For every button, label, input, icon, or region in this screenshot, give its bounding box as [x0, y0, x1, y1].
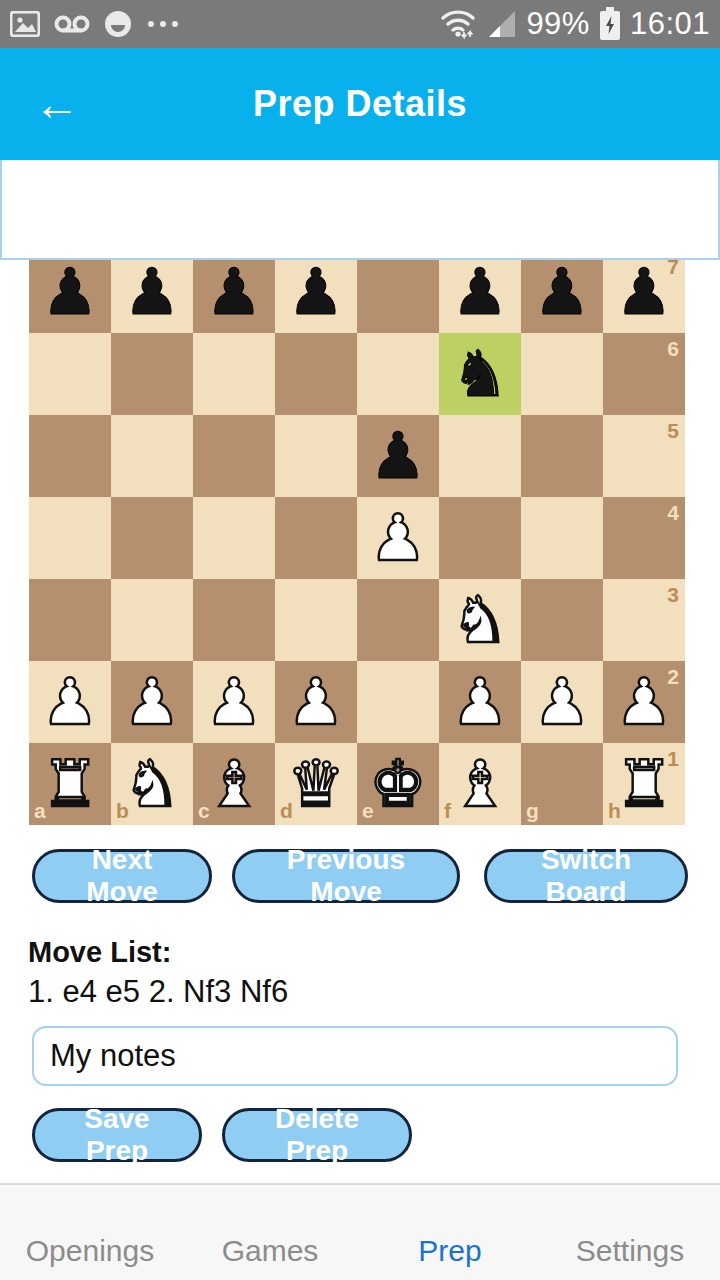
file-label-a: a — [34, 800, 46, 821]
black-pawn: ♟ — [193, 251, 275, 333]
battery-charging-icon — [599, 7, 621, 41]
square-a3[interactable] — [29, 579, 111, 661]
square-b4[interactable] — [111, 497, 193, 579]
square-f2[interactable]: ♟ — [439, 661, 521, 743]
file-label-h: h — [608, 800, 621, 821]
black-pawn: ♟ — [111, 251, 193, 333]
black-pawn: ♟ — [29, 251, 111, 333]
square-e2[interactable] — [357, 661, 439, 743]
square-b5[interactable] — [111, 415, 193, 497]
photo-icon — [10, 11, 40, 37]
nav-item-settings[interactable]: Settings — [540, 1234, 720, 1280]
square-b3[interactable] — [111, 579, 193, 661]
square-h5[interactable]: 5 — [603, 415, 685, 497]
status-bar-left — [10, 10, 180, 38]
file-label-e: e — [362, 800, 374, 821]
square-c1[interactable]: ♝c — [193, 743, 275, 825]
square-d1[interactable]: ♛d — [275, 743, 357, 825]
square-h1[interactable]: ♜1h — [603, 743, 685, 825]
square-h7[interactable]: ♟7 — [603, 251, 685, 333]
white-bishop: ♝ — [439, 743, 521, 825]
square-e1[interactable]: ♚e — [357, 743, 439, 825]
square-d2[interactable]: ♟ — [275, 661, 357, 743]
rank-label-5: 5 — [667, 420, 679, 441]
square-h2[interactable]: ♟2 — [603, 661, 685, 743]
square-a2[interactable]: ♟ — [29, 661, 111, 743]
square-f5[interactable] — [439, 415, 521, 497]
square-c2[interactable]: ♟ — [193, 661, 275, 743]
nav-item-prep[interactable]: Prep — [360, 1234, 540, 1280]
black-knight: ♞ — [439, 333, 521, 415]
square-e6[interactable] — [357, 333, 439, 415]
square-a7[interactable]: ♟ — [29, 251, 111, 333]
square-b1[interactable]: ♞b — [111, 743, 193, 825]
white-pawn: ♟ — [275, 661, 357, 743]
square-f3[interactable]: ♞ — [439, 579, 521, 661]
square-d4[interactable] — [275, 497, 357, 579]
square-e3[interactable] — [357, 579, 439, 661]
switch-board-button[interactable]: Switch Board — [484, 849, 688, 903]
white-pawn: ♟ — [193, 661, 275, 743]
square-a1[interactable]: ♜a — [29, 743, 111, 825]
white-pawn: ♟ — [111, 661, 193, 743]
square-h3[interactable]: 3 — [603, 579, 685, 661]
square-e4[interactable]: ♟ — [357, 497, 439, 579]
square-c5[interactable] — [193, 415, 275, 497]
square-h4[interactable]: 4 — [603, 497, 685, 579]
black-pawn: ♟ — [275, 251, 357, 333]
square-d6[interactable] — [275, 333, 357, 415]
square-h6[interactable]: 6 — [603, 333, 685, 415]
square-g2[interactable]: ♟ — [521, 661, 603, 743]
square-e5[interactable]: ♟ — [357, 415, 439, 497]
square-d7[interactable]: ♟ — [275, 251, 357, 333]
nav-item-games[interactable]: Games — [180, 1234, 360, 1280]
app-screen: 99% 16:01 ← Prep Details ♜♞♝♛♚♝♜8♟♟♟♟♟♟♟… — [0, 0, 720, 1280]
app-bar: ← Prep Details — [0, 48, 720, 160]
square-d3[interactable] — [275, 579, 357, 661]
square-f1[interactable]: ♝f — [439, 743, 521, 825]
file-label-f: f — [444, 800, 451, 821]
square-b7[interactable]: ♟ — [111, 251, 193, 333]
bottom-nav: Openings Games Prep Settings — [0, 1183, 720, 1280]
square-g7[interactable]: ♟ — [521, 251, 603, 333]
black-pawn: ♟ — [357, 415, 439, 497]
white-pawn: ♟ — [439, 661, 521, 743]
signal-icon — [487, 9, 517, 39]
black-pawn: ♟ — [521, 251, 603, 333]
file-label-g: g — [526, 800, 539, 821]
white-pawn: ♟ — [29, 661, 111, 743]
black-pawn: ♟ — [439, 251, 521, 333]
square-g6[interactable] — [521, 333, 603, 415]
square-f4[interactable] — [439, 497, 521, 579]
white-knight: ♞ — [439, 579, 521, 661]
square-a4[interactable] — [29, 497, 111, 579]
chess-board: ♜♞♝♛♚♝♜8♟♟♟♟♟♟♟7♞6♟5♟4♞3♟♟♟♟♟♟♟2♜a♞b♝c♛d… — [29, 169, 685, 825]
delete-prep-button[interactable]: Delete Prep — [222, 1108, 412, 1162]
square-g3[interactable] — [521, 579, 603, 661]
voicemail-icon — [54, 14, 90, 34]
nav-item-openings[interactable]: Openings — [0, 1234, 180, 1280]
square-c6[interactable] — [193, 333, 275, 415]
next-move-button[interactable]: Next Move — [32, 849, 212, 903]
save-prep-button[interactable]: Save Prep — [32, 1108, 202, 1162]
status-bar-right: 99% 16:01 — [440, 6, 710, 42]
file-label-c: c — [198, 800, 210, 821]
square-d5[interactable] — [275, 415, 357, 497]
rank-label-1: 1 — [667, 748, 679, 769]
square-c7[interactable]: ♟ — [193, 251, 275, 333]
rank-label-2: 2 — [667, 666, 679, 687]
page-title: Prep Details — [0, 83, 720, 125]
back-arrow-icon[interactable]: ← — [34, 48, 80, 160]
emoji-icon — [104, 10, 132, 38]
rank-label-6: 6 — [667, 338, 679, 359]
square-g5[interactable] — [521, 415, 603, 497]
white-pawn: ♟ — [357, 497, 439, 579]
move-list-label: Move List: — [28, 936, 171, 969]
square-a6[interactable] — [29, 333, 111, 415]
square-b6[interactable] — [111, 333, 193, 415]
battery-percent: 99% — [526, 6, 590, 42]
wifi-icon — [440, 8, 478, 40]
status-bar: 99% 16:01 — [0, 0, 720, 48]
white-pawn: ♟ — [521, 661, 603, 743]
file-label-b: b — [116, 800, 129, 821]
square-a5[interactable] — [29, 415, 111, 497]
file-label-d: d — [280, 800, 293, 821]
clock-time: 16:01 — [630, 6, 710, 42]
notes-input[interactable] — [32, 1026, 678, 1086]
square-c4[interactable] — [193, 497, 275, 579]
square-g1[interactable]: g — [521, 743, 603, 825]
square-f6[interactable]: ♞ — [439, 333, 521, 415]
previous-move-button[interactable]: Previous Move — [232, 849, 460, 903]
square-b2[interactable]: ♟ — [111, 661, 193, 743]
move-list-moves: 1. e4 e5 2. Nf3 Nf6 — [28, 974, 288, 1010]
square-f7[interactable]: ♟ — [439, 251, 521, 333]
overflow-dots-icon — [146, 19, 180, 29]
note-display-box[interactable] — [0, 158, 720, 260]
square-c3[interactable] — [193, 579, 275, 661]
rank-label-4: 4 — [667, 502, 679, 523]
square-g4[interactable] — [521, 497, 603, 579]
rank-label-3: 3 — [667, 584, 679, 605]
square-e7[interactable] — [357, 251, 439, 333]
